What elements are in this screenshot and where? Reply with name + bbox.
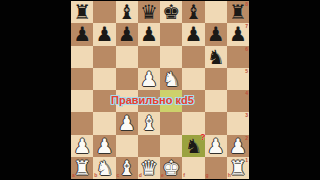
square-c1[interactable]: ♝c	[116, 157, 138, 179]
square-b1[interactable]: ♞b	[93, 157, 115, 179]
square-f5[interactable]	[182, 68, 204, 90]
letterbox-right	[249, 0, 320, 180]
white-pawn[interactable]: ♟	[229, 136, 247, 156]
square-e2[interactable]	[160, 135, 182, 157]
square-g4[interactable]	[205, 90, 227, 112]
square-f8[interactable]: ♝	[182, 1, 204, 23]
square-h7[interactable]: ♟7	[227, 23, 249, 45]
black-pawn[interactable]: ♟	[118, 24, 136, 44]
rank-label-6: 6	[245, 47, 248, 52]
square-h2[interactable]: ♟2	[227, 135, 249, 157]
square-a6[interactable]	[71, 46, 93, 68]
chess-board[interactable]: ♜♝♛♚♝♜8♟♟♟♟♟♟♟7♞6♟♞54♟♝3♟♟♞?♟♟2♜a♞b♝c♛d♚…	[71, 1, 249, 179]
white-knight[interactable]: ♞	[162, 69, 180, 89]
square-b6[interactable]	[93, 46, 115, 68]
video-frame: ♜♝♛♚♝♜8♟♟♟♟♟♟♟7♞6♟♞54♟♝3♟♟♞?♟♟2♜a♞b♝c♛d♚…	[0, 0, 320, 180]
white-pawn[interactable]: ♟	[73, 136, 91, 156]
square-c2[interactable]	[116, 135, 138, 157]
white-pawn[interactable]: ♟	[95, 136, 113, 156]
square-e5[interactable]: ♞	[160, 68, 182, 90]
move-hint-caption: Правильно кd5	[111, 94, 194, 106]
square-f1[interactable]: f	[182, 157, 204, 179]
white-knight[interactable]: ♞	[95, 158, 113, 178]
black-pawn[interactable]: ♟	[207, 24, 225, 44]
square-e7[interactable]	[160, 23, 182, 45]
square-d8[interactable]: ♛	[138, 1, 160, 23]
rank-label-4: 4	[245, 91, 248, 96]
file-label-g: g	[206, 173, 209, 178]
white-pawn[interactable]: ♟	[140, 69, 158, 89]
square-d6[interactable]	[138, 46, 160, 68]
black-knight[interactable]: ♞	[207, 47, 225, 67]
square-d2[interactable]	[138, 135, 160, 157]
square-e1[interactable]: ♚e	[160, 157, 182, 179]
square-c3[interactable]: ♟	[116, 112, 138, 134]
black-rook[interactable]: ♜	[73, 2, 91, 22]
square-e8[interactable]: ♚	[160, 1, 182, 23]
square-a3[interactable]	[71, 112, 93, 134]
square-f6[interactable]	[182, 46, 204, 68]
white-pawn[interactable]: ♟	[207, 136, 225, 156]
square-h8[interactable]: ♜8	[227, 1, 249, 23]
white-bishop[interactable]: ♝	[118, 158, 136, 178]
black-rook[interactable]: ♜	[229, 2, 247, 22]
square-f2[interactable]: ♞?	[182, 135, 204, 157]
white-queen[interactable]: ♛	[140, 158, 158, 178]
square-e6[interactable]	[160, 46, 182, 68]
square-g2[interactable]: ♟	[205, 135, 227, 157]
square-g8[interactable]	[205, 1, 227, 23]
square-g1[interactable]: g	[205, 157, 227, 179]
square-h3[interactable]: 3	[227, 112, 249, 134]
square-a8[interactable]: ♜	[71, 1, 93, 23]
square-g5[interactable]	[205, 68, 227, 90]
square-c6[interactable]	[116, 46, 138, 68]
square-b8[interactable]	[93, 1, 115, 23]
square-g7[interactable]: ♟	[205, 23, 227, 45]
black-pawn[interactable]: ♟	[229, 24, 247, 44]
square-h6[interactable]: 6	[227, 46, 249, 68]
black-king[interactable]: ♚	[162, 2, 180, 22]
black-bishop[interactable]: ♝	[184, 2, 202, 22]
white-bishop[interactable]: ♝	[140, 113, 158, 133]
black-pawn[interactable]: ♟	[184, 24, 202, 44]
white-rook[interactable]: ♜	[229, 158, 247, 178]
square-b2[interactable]: ♟	[93, 135, 115, 157]
letterbox-left	[0, 0, 71, 180]
square-e3[interactable]	[160, 112, 182, 134]
square-b5[interactable]	[93, 68, 115, 90]
mistake-annotation-icon: ?	[200, 133, 206, 142]
square-d7[interactable]: ♟	[138, 23, 160, 45]
square-c5[interactable]	[116, 68, 138, 90]
square-d1[interactable]: ♛d	[138, 157, 160, 179]
square-a2[interactable]: ♟	[71, 135, 93, 157]
square-a1[interactable]: ♜a	[71, 157, 93, 179]
black-bishop[interactable]: ♝	[118, 2, 136, 22]
black-queen[interactable]: ♛	[140, 2, 158, 22]
square-h4[interactable]: 4	[227, 90, 249, 112]
square-b7[interactable]: ♟	[93, 23, 115, 45]
square-d3[interactable]: ♝	[138, 112, 160, 134]
white-king[interactable]: ♚	[162, 158, 180, 178]
black-pawn[interactable]: ♟	[73, 24, 91, 44]
square-b3[interactable]	[93, 112, 115, 134]
square-g3[interactable]	[205, 112, 227, 134]
white-pawn[interactable]: ♟	[118, 113, 136, 133]
square-d5[interactable]: ♟	[138, 68, 160, 90]
square-c8[interactable]: ♝	[116, 1, 138, 23]
square-c7[interactable]: ♟	[116, 23, 138, 45]
black-pawn[interactable]: ♟	[140, 24, 158, 44]
black-pawn[interactable]: ♟	[95, 24, 113, 44]
rank-label-3: 3	[245, 113, 248, 118]
square-a7[interactable]: ♟	[71, 23, 93, 45]
square-a4[interactable]	[71, 90, 93, 112]
square-f7[interactable]: ♟	[182, 23, 204, 45]
rank-label-5: 5	[245, 69, 248, 74]
square-g6[interactable]: ♞	[205, 46, 227, 68]
file-label-f: f	[183, 173, 185, 178]
square-h5[interactable]: 5	[227, 68, 249, 90]
white-rook[interactable]: ♜	[73, 158, 91, 178]
square-h1[interactable]: ♜1h	[227, 157, 249, 179]
square-a5[interactable]	[71, 68, 93, 90]
